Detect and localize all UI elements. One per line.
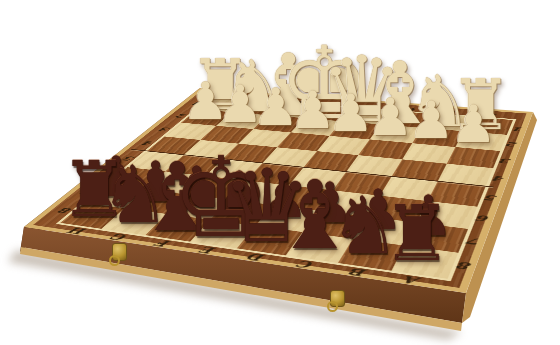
rank-label-right-2: 2 [506,141,519,147]
rank-label-right-7: 7 [467,236,483,246]
brass-clasp-right [330,290,345,307]
file-label-near-c: C [297,259,317,270]
file-label-near-e: E [200,245,219,255]
file-label-near-g: G [110,232,131,241]
file-label-near-f: F [154,238,172,247]
file-label-far-b: B [443,110,457,115]
file-label-near-d: D [246,252,267,262]
file-label-near-h: H [67,226,89,235]
square-a8 [391,245,458,278]
rank-label-right-3: 3 [499,157,512,164]
file-label-near-b: B [348,266,369,277]
rank-label-right-4: 4 [492,175,506,182]
file-label-near-a: A [403,274,422,285]
rank-label-right-6: 6 [476,214,491,223]
brass-clasp-left [112,243,127,261]
chess-set-photo: HHGGFFEEDDCCBBAA1122334455667788 ♜♞♝♛♚♝♞… [0,0,560,345]
rank-label-right-8: 8 [457,260,474,271]
rank-label-right-1: 1 [512,126,524,132]
rank-label-right-5: 5 [484,193,499,201]
